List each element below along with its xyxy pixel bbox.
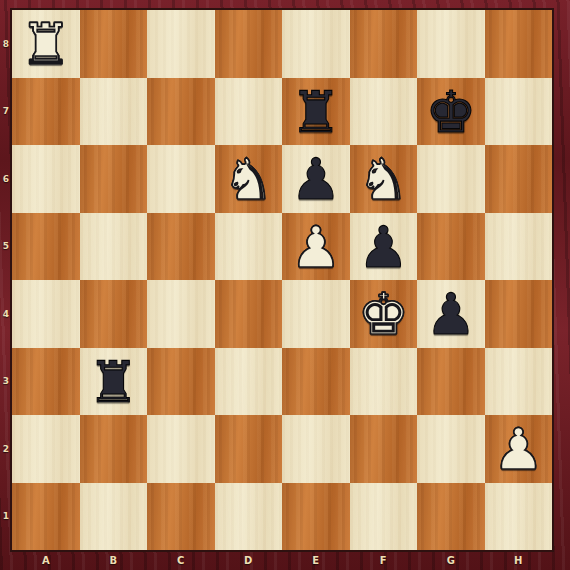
square-g3[interactable]: [417, 348, 485, 416]
square-g5[interactable]: [417, 213, 485, 281]
file-label-g: G: [417, 550, 485, 570]
square-g8[interactable]: [417, 10, 485, 78]
square-e1[interactable]: [282, 483, 350, 551]
square-c6[interactable]: [147, 145, 215, 213]
square-a2[interactable]: [12, 415, 80, 483]
square-f8[interactable]: [350, 10, 418, 78]
black-pawn-g4[interactable]: ♟: [417, 281, 485, 349]
square-h7[interactable]: [485, 78, 553, 146]
square-b1[interactable]: [80, 483, 148, 551]
square-b3[interactable]: ♜: [80, 348, 148, 416]
file-label-c: C: [147, 550, 215, 570]
file-label-b: B: [80, 550, 148, 570]
file-label-e: E: [282, 550, 350, 570]
square-g4[interactable]: ♟: [417, 280, 485, 348]
black-pawn-e6[interactable]: ♟: [282, 146, 350, 214]
white-pawn-e5[interactable]: ♟: [282, 214, 350, 282]
square-c7[interactable]: [147, 78, 215, 146]
square-h3[interactable]: [485, 348, 553, 416]
square-d4[interactable]: [215, 280, 283, 348]
square-h1[interactable]: [485, 483, 553, 551]
square-b8[interactable]: [80, 10, 148, 78]
file-label-d: D: [215, 550, 283, 570]
chess-board-frame: ♜♜♚♞♟♞♟♟♚♟♜♟ 87654321ABCDEFGH: [0, 0, 570, 570]
square-d3[interactable]: [215, 348, 283, 416]
square-h8[interactable]: [485, 10, 553, 78]
square-e2[interactable]: [282, 415, 350, 483]
square-b7[interactable]: [80, 78, 148, 146]
square-e5[interactable]: ♟: [282, 213, 350, 281]
white-knight-d6[interactable]: ♞: [215, 146, 283, 214]
square-f7[interactable]: [350, 78, 418, 146]
rank-label-7: 7: [0, 78, 12, 146]
white-rook-a8[interactable]: ♜: [12, 11, 80, 79]
square-f5[interactable]: ♟: [350, 213, 418, 281]
square-a3[interactable]: [12, 348, 80, 416]
rank-label-3: 3: [0, 348, 12, 416]
black-rook-e7[interactable]: ♜: [282, 79, 350, 147]
square-b4[interactable]: [80, 280, 148, 348]
square-b5[interactable]: [80, 213, 148, 281]
square-e6[interactable]: ♟: [282, 145, 350, 213]
square-c4[interactable]: [147, 280, 215, 348]
black-king-g7[interactable]: ♚: [417, 79, 485, 147]
square-a7[interactable]: [12, 78, 80, 146]
square-a1[interactable]: [12, 483, 80, 551]
rank-label-6: 6: [0, 145, 12, 213]
square-h5[interactable]: [485, 213, 553, 281]
file-label-f: F: [350, 550, 418, 570]
square-b2[interactable]: [80, 415, 148, 483]
square-f1[interactable]: [350, 483, 418, 551]
square-d1[interactable]: [215, 483, 283, 551]
square-g2[interactable]: [417, 415, 485, 483]
square-f6[interactable]: ♞: [350, 145, 418, 213]
square-d6[interactable]: ♞: [215, 145, 283, 213]
square-d2[interactable]: [215, 415, 283, 483]
square-f2[interactable]: [350, 415, 418, 483]
rank-label-4: 4: [0, 280, 12, 348]
white-knight-f6[interactable]: ♞: [350, 146, 418, 214]
square-e7[interactable]: ♜: [282, 78, 350, 146]
file-label-a: A: [12, 550, 80, 570]
square-g7[interactable]: ♚: [417, 78, 485, 146]
rank-label-8: 8: [0, 10, 12, 78]
square-a5[interactable]: [12, 213, 80, 281]
rank-label-1: 1: [0, 483, 12, 551]
square-h2[interactable]: ♟: [485, 415, 553, 483]
rank-label-2: 2: [0, 415, 12, 483]
square-h6[interactable]: [485, 145, 553, 213]
square-a4[interactable]: [12, 280, 80, 348]
square-a6[interactable]: [12, 145, 80, 213]
square-c5[interactable]: [147, 213, 215, 281]
square-c1[interactable]: [147, 483, 215, 551]
square-g1[interactable]: [417, 483, 485, 551]
black-rook-b3[interactable]: ♜: [80, 349, 148, 417]
file-label-h: H: [485, 550, 553, 570]
square-h4[interactable]: [485, 280, 553, 348]
chess-board: ♜♜♚♞♟♞♟♟♚♟♜♟: [12, 10, 552, 550]
square-d7[interactable]: [215, 78, 283, 146]
white-pawn-h2[interactable]: ♟: [485, 416, 553, 484]
square-d8[interactable]: [215, 10, 283, 78]
rank-label-5: 5: [0, 213, 12, 281]
square-f4[interactable]: ♚: [350, 280, 418, 348]
square-c3[interactable]: [147, 348, 215, 416]
square-e4[interactable]: [282, 280, 350, 348]
square-d5[interactable]: [215, 213, 283, 281]
square-c8[interactable]: [147, 10, 215, 78]
black-pawn-f5[interactable]: ♟: [350, 214, 418, 282]
white-king-f4[interactable]: ♚: [350, 281, 418, 349]
square-a8[interactable]: ♜: [12, 10, 80, 78]
square-g6[interactable]: [417, 145, 485, 213]
square-e3[interactable]: [282, 348, 350, 416]
square-f3[interactable]: [350, 348, 418, 416]
square-b6[interactable]: [80, 145, 148, 213]
square-e8[interactable]: [282, 10, 350, 78]
square-c2[interactable]: [147, 415, 215, 483]
